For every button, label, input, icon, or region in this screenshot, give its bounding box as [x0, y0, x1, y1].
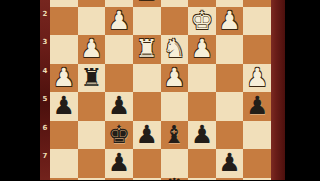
square-d3[interactable]: ♞ [161, 35, 189, 64]
black-rook-g4: ♜ [80, 64, 102, 93]
square-b5[interactable] [216, 92, 244, 121]
square-d5[interactable] [161, 92, 189, 121]
rank-label-3: 3 [40, 38, 50, 46]
square-a8[interactable] [243, 178, 271, 181]
square-a3[interactable] [243, 35, 271, 64]
rank-label-5: 5 [40, 95, 50, 103]
square-h4[interactable]: ♟ [50, 64, 78, 93]
black-pawn-h5: ♟ [53, 92, 75, 121]
board-border-right [271, 0, 285, 180]
square-b2[interactable]: ♟ [216, 7, 244, 36]
square-e8[interactable] [133, 178, 161, 181]
white-king-c2: ♚ [191, 7, 213, 36]
square-c4[interactable] [188, 64, 216, 93]
square-a6[interactable] [243, 121, 271, 150]
black-pawn-f5: ♟ [108, 92, 130, 121]
letterbox-left-bar [0, 0, 40, 180]
white-knight-d3: ♞ [163, 35, 185, 64]
white-rook-e3: ♜ [135, 35, 157, 64]
square-f4[interactable] [105, 64, 133, 93]
black-pawn-c6: ♟ [191, 121, 213, 150]
square-b3[interactable] [216, 35, 244, 64]
white-pawn-d4: ♟ [163, 64, 185, 93]
square-e2[interactable] [133, 7, 161, 36]
square-c8[interactable] [188, 178, 216, 181]
square-d2[interactable] [161, 7, 189, 36]
square-g5[interactable] [78, 92, 106, 121]
square-e5[interactable] [133, 92, 161, 121]
black-bishop-d6: ♝ [163, 121, 185, 150]
black-king-f6: ♚ [108, 121, 130, 150]
square-d8[interactable]: ♛ [161, 178, 189, 181]
square-f5[interactable]: ♟ [105, 92, 133, 121]
board-border-left: 234567 [40, 0, 50, 180]
square-c6[interactable]: ♟ [188, 121, 216, 150]
letterbox-right-bar [285, 0, 320, 180]
rank-label-7: 7 [40, 152, 50, 160]
square-g8[interactable] [78, 178, 106, 181]
chess-board[interactable]: ♜♟♚♟♟♜♞♟♟♜♟♟♟♟♟♚♟♝♟♟♟♛ [50, 0, 271, 180]
black-pawn-e6: ♟ [135, 121, 157, 150]
square-c7[interactable] [188, 149, 216, 178]
square-d7[interactable] [161, 149, 189, 178]
square-e6[interactable]: ♟ [133, 121, 161, 150]
square-e4[interactable] [133, 64, 161, 93]
white-pawn-h4: ♟ [53, 64, 75, 93]
square-h5[interactable]: ♟ [50, 92, 78, 121]
square-g2[interactable] [78, 7, 106, 36]
square-e7[interactable] [133, 149, 161, 178]
square-g4[interactable]: ♜ [78, 64, 106, 93]
square-h2[interactable] [50, 7, 78, 36]
white-pawn-g3: ♟ [80, 35, 102, 64]
square-h3[interactable] [50, 35, 78, 64]
square-f3[interactable] [105, 35, 133, 64]
square-f8[interactable] [105, 178, 133, 181]
black-pawn-a5: ♟ [246, 92, 268, 121]
square-h7[interactable] [50, 149, 78, 178]
square-g3[interactable]: ♟ [78, 35, 106, 64]
square-h8[interactable] [50, 178, 78, 181]
square-a2[interactable] [243, 7, 271, 36]
square-d4[interactable]: ♟ [161, 64, 189, 93]
square-d6[interactable]: ♝ [161, 121, 189, 150]
square-g7[interactable] [78, 149, 106, 178]
square-c5[interactable] [188, 92, 216, 121]
square-b8[interactable] [216, 178, 244, 181]
square-f7[interactable]: ♟ [105, 149, 133, 178]
rank-label-6: 6 [40, 124, 50, 132]
square-c3[interactable]: ♟ [188, 35, 216, 64]
rank-label-2: 2 [40, 10, 50, 18]
square-e3[interactable]: ♜ [133, 35, 161, 64]
square-h6[interactable] [50, 121, 78, 150]
white-pawn-b2: ♟ [218, 7, 240, 36]
black-pawn-b7: ♟ [218, 149, 240, 178]
square-f6[interactable]: ♚ [105, 121, 133, 150]
white-pawn-f2: ♟ [108, 7, 130, 36]
square-a7[interactable] [243, 149, 271, 178]
rank-label-4: 4 [40, 67, 50, 75]
video-frame: 234567 ♜♟♚♟♟♜♞♟♟♜♟♟♟♟♟♚♟♝♟♟♟♛ [0, 0, 320, 180]
square-b6[interactable] [216, 121, 244, 150]
square-f2[interactable]: ♟ [105, 7, 133, 36]
square-g6[interactable] [78, 121, 106, 150]
square-a4[interactable]: ♟ [243, 64, 271, 93]
white-pawn-a4: ♟ [246, 64, 268, 93]
square-b4[interactable] [216, 64, 244, 93]
chess-board-frame: 234567 ♜♟♚♟♟♜♞♟♟♜♟♟♟♟♟♚♟♝♟♟♟♛ [40, 0, 285, 180]
black-pawn-f7: ♟ [108, 149, 130, 178]
square-a5[interactable]: ♟ [243, 92, 271, 121]
square-c2[interactable]: ♚ [188, 7, 216, 36]
square-b7[interactable]: ♟ [216, 149, 244, 178]
white-pawn-c3: ♟ [191, 35, 213, 64]
